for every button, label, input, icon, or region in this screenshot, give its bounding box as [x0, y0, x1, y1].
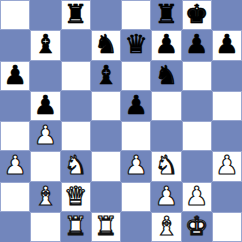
white-pawn-piece: ♟	[3, 152, 26, 178]
square-h5[interactable]	[212, 91, 242, 121]
square-c7[interactable]	[61, 30, 91, 60]
square-d7[interactable]: ♞	[91, 30, 121, 60]
square-b4[interactable]: ♟	[30, 121, 60, 151]
white-rook-piece: ♜	[64, 213, 87, 239]
square-e1[interactable]	[121, 212, 151, 242]
square-b6[interactable]	[30, 61, 60, 91]
square-c6[interactable]	[61, 61, 91, 91]
white-bishop-piece: ♝	[34, 183, 57, 209]
square-g7[interactable]: ♟	[182, 30, 212, 60]
square-a6[interactable]: ♟	[0, 61, 30, 91]
square-d6[interactable]: ♝	[91, 61, 121, 91]
square-d5[interactable]	[91, 91, 121, 121]
black-pawn-piece: ♟	[34, 92, 57, 118]
square-d1[interactable]: ♜	[91, 212, 121, 242]
square-a5[interactable]	[0, 91, 30, 121]
square-h1[interactable]	[212, 212, 242, 242]
square-g6[interactable]	[182, 61, 212, 91]
square-h4[interactable]	[212, 121, 242, 151]
square-h7[interactable]: ♟	[212, 30, 242, 60]
white-knight-piece: ♞	[155, 152, 178, 178]
square-b1[interactable]	[30, 212, 60, 242]
square-e6[interactable]	[121, 61, 151, 91]
black-knight-piece: ♞	[155, 62, 178, 88]
square-e8[interactable]	[121, 0, 151, 30]
square-a8[interactable]	[0, 0, 30, 30]
square-f3[interactable]: ♞	[151, 151, 181, 181]
black-bishop-piece: ♝	[94, 62, 117, 88]
square-c4[interactable]	[61, 121, 91, 151]
white-bishop-piece: ♝	[155, 213, 178, 239]
square-d2[interactable]	[91, 182, 121, 212]
white-pawn-piece: ♟	[34, 122, 57, 148]
white-pawn-piece: ♟	[185, 183, 208, 209]
square-b7[interactable]: ♝	[30, 30, 60, 60]
black-king-piece: ♚	[185, 1, 208, 27]
white-king-piece: ♚	[185, 213, 208, 239]
square-a7[interactable]	[0, 30, 30, 60]
square-f4[interactable]	[151, 121, 181, 151]
square-h6[interactable]	[212, 61, 242, 91]
square-a1[interactable]	[0, 212, 30, 242]
black-pawn-piece: ♟	[215, 31, 238, 57]
square-f7[interactable]: ♟	[151, 30, 181, 60]
square-b8[interactable]	[30, 0, 60, 30]
square-e3[interactable]: ♟	[121, 151, 151, 181]
square-f6[interactable]: ♞	[151, 61, 181, 91]
square-b3[interactable]	[30, 151, 60, 181]
square-c1[interactable]: ♜	[61, 212, 91, 242]
black-pawn-piece: ♟	[185, 31, 208, 57]
square-a2[interactable]	[0, 182, 30, 212]
square-g4[interactable]	[182, 121, 212, 151]
white-queen-piece: ♛	[64, 183, 87, 209]
square-a3[interactable]: ♟	[0, 151, 30, 181]
black-pawn-piece: ♟	[124, 92, 147, 118]
square-d4[interactable]	[91, 121, 121, 151]
square-a4[interactable]	[0, 121, 30, 151]
square-h8[interactable]	[212, 0, 242, 30]
square-e7[interactable]: ♛	[121, 30, 151, 60]
square-e2[interactable]	[121, 182, 151, 212]
square-e4[interactable]	[121, 121, 151, 151]
white-pawn-piece: ♟	[215, 152, 238, 178]
square-g2[interactable]: ♟	[182, 182, 212, 212]
square-d8[interactable]	[91, 0, 121, 30]
black-rook-piece: ♜	[64, 1, 87, 27]
chess-board: ♜♜♚♝♞♛♟♟♟♟♝♞♟♟♟♟♞♟♞♟♝♛♟♟♜♜♝♚	[0, 0, 242, 242]
white-pawn-piece: ♟	[155, 183, 178, 209]
square-h2[interactable]	[212, 182, 242, 212]
white-knight-piece: ♞	[64, 152, 87, 178]
square-g8[interactable]: ♚	[182, 0, 212, 30]
square-c8[interactable]: ♜	[61, 0, 91, 30]
white-rook-piece: ♜	[94, 213, 117, 239]
black-queen-piece: ♛	[124, 31, 147, 57]
square-c3[interactable]: ♞	[61, 151, 91, 181]
square-c5[interactable]	[61, 91, 91, 121]
square-f1[interactable]: ♝	[151, 212, 181, 242]
square-g3[interactable]	[182, 151, 212, 181]
white-pawn-piece: ♟	[124, 152, 147, 178]
square-b5[interactable]: ♟	[30, 91, 60, 121]
black-knight-piece: ♞	[94, 31, 117, 57]
black-bishop-piece: ♝	[34, 31, 57, 57]
square-d3[interactable]	[91, 151, 121, 181]
square-f5[interactable]	[151, 91, 181, 121]
black-pawn-piece: ♟	[3, 62, 26, 88]
black-pawn-piece: ♟	[155, 31, 178, 57]
black-rook-piece: ♜	[155, 1, 178, 27]
square-f8[interactable]: ♜	[151, 0, 181, 30]
square-h3[interactable]: ♟	[212, 151, 242, 181]
square-g5[interactable]	[182, 91, 212, 121]
square-g1[interactable]: ♚	[182, 212, 212, 242]
square-c2[interactable]: ♛	[61, 182, 91, 212]
square-f2[interactable]: ♟	[151, 182, 181, 212]
square-b2[interactable]: ♝	[30, 182, 60, 212]
square-e5[interactable]: ♟	[121, 91, 151, 121]
